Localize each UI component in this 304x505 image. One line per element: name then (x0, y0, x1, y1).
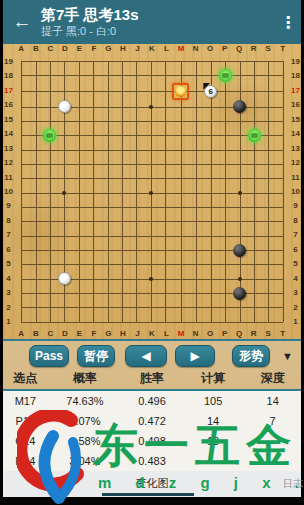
board-point[interactable] (115, 83, 129, 100)
board-point[interactable] (86, 315, 100, 329)
board-point[interactable] (86, 272, 100, 286)
board-point[interactable] (204, 186, 218, 200)
board-point[interactable] (86, 200, 100, 214)
board-point[interactable] (86, 68, 100, 82)
board-point[interactable] (57, 83, 71, 100)
board-point[interactable] (261, 114, 275, 128)
board-point[interactable] (261, 214, 275, 228)
board-point[interactable] (247, 186, 261, 200)
board-point[interactable] (86, 54, 100, 68)
board-point[interactable] (129, 114, 143, 128)
board-point[interactable] (28, 243, 42, 257)
overflow-menu-icon[interactable]: ⋮ (275, 13, 301, 32)
board-point[interactable] (86, 157, 100, 171)
board-point[interactable] (189, 214, 203, 228)
board-point[interactable] (144, 100, 158, 114)
board-point[interactable] (72, 157, 86, 171)
board-point[interactable] (57, 300, 71, 314)
board-point[interactable] (86, 243, 100, 257)
board-point[interactable] (115, 286, 129, 300)
board-point[interactable] (144, 257, 158, 271)
board-point[interactable] (129, 68, 143, 82)
board-point[interactable] (247, 100, 261, 114)
board-point[interactable] (189, 157, 203, 171)
board-point[interactable] (57, 200, 71, 214)
board-point[interactable] (100, 54, 114, 68)
board-point[interactable] (204, 243, 218, 257)
board-point[interactable] (57, 143, 71, 157)
board-point[interactable] (189, 54, 203, 68)
board-point[interactable] (232, 229, 246, 243)
board-point[interactable] (218, 300, 232, 314)
board-point[interactable] (28, 300, 42, 314)
board-point[interactable] (72, 229, 86, 243)
board-point[interactable] (276, 157, 290, 171)
board-point[interactable] (144, 186, 158, 200)
board-point[interactable] (115, 243, 129, 257)
board-point[interactable] (14, 68, 28, 82)
board-point[interactable] (100, 100, 114, 114)
board-point[interactable] (115, 186, 129, 200)
board-point[interactable] (115, 300, 129, 314)
board-point[interactable] (100, 143, 114, 157)
board-point[interactable] (189, 186, 203, 200)
board-point[interactable] (72, 243, 86, 257)
board-point[interactable] (172, 157, 189, 171)
board-point[interactable] (100, 128, 114, 142)
board-point[interactable] (100, 257, 114, 271)
board-point[interactable] (218, 54, 232, 68)
board-point[interactable]: 6 (204, 83, 218, 100)
board-point[interactable] (247, 83, 261, 100)
board-point[interactable] (172, 171, 189, 185)
board-point[interactable] (276, 272, 290, 286)
board-point[interactable] (261, 300, 275, 314)
board-point[interactable] (276, 83, 290, 100)
board-point[interactable] (172, 128, 189, 142)
board-point[interactable] (115, 214, 129, 228)
board-point[interactable] (204, 171, 218, 185)
board-point[interactable] (204, 257, 218, 271)
board-point[interactable] (129, 315, 143, 329)
board-point[interactable] (172, 200, 189, 214)
board-point[interactable] (204, 200, 218, 214)
board-point[interactable] (100, 272, 114, 286)
board-point[interactable] (100, 286, 114, 300)
board-point[interactable] (144, 272, 158, 286)
board-point[interactable] (158, 243, 172, 257)
board-point[interactable] (72, 100, 86, 114)
board-point[interactable] (204, 286, 218, 300)
board-point[interactable] (72, 315, 86, 329)
board-point[interactable] (247, 114, 261, 128)
board-point[interactable] (172, 243, 189, 257)
board-point[interactable] (247, 243, 261, 257)
board-point[interactable] (189, 200, 203, 214)
board-point[interactable] (189, 272, 203, 286)
board-point[interactable] (247, 68, 261, 82)
board-point[interactable] (43, 143, 57, 157)
board-point[interactable] (172, 54, 189, 68)
board-point[interactable] (100, 171, 114, 185)
board-point[interactable] (204, 214, 218, 228)
board-point[interactable] (28, 272, 42, 286)
board-point[interactable] (57, 229, 71, 243)
board-point[interactable] (276, 114, 290, 128)
board-point[interactable] (43, 300, 57, 314)
board-point[interactable] (189, 229, 203, 243)
board-point[interactable] (276, 128, 290, 142)
board-point[interactable] (189, 114, 203, 128)
board-point[interactable] (144, 143, 158, 157)
board-point[interactable] (86, 257, 100, 271)
board-point[interactable] (232, 157, 246, 171)
board-point[interactable] (129, 143, 143, 157)
board-point[interactable] (204, 315, 218, 329)
board-point[interactable] (189, 286, 203, 300)
board-point[interactable] (261, 157, 275, 171)
board-point[interactable] (86, 83, 100, 100)
board-point[interactable] (43, 171, 57, 185)
board-point[interactable] (129, 83, 143, 100)
board-point[interactable] (14, 272, 28, 286)
board-point[interactable] (158, 300, 172, 314)
board-point[interactable] (218, 214, 232, 228)
board-point[interactable] (28, 83, 42, 100)
board-point[interactable] (158, 128, 172, 142)
board-point[interactable] (261, 257, 275, 271)
board-point[interactable] (247, 257, 261, 271)
board-point[interactable] (232, 68, 246, 82)
board-point[interactable] (100, 243, 114, 257)
board-point[interactable] (144, 114, 158, 128)
board-point[interactable] (276, 300, 290, 314)
board-point[interactable] (28, 186, 42, 200)
board-point[interactable] (232, 300, 246, 314)
board-point[interactable] (43, 229, 57, 243)
board-point[interactable] (86, 143, 100, 157)
board-point[interactable] (129, 171, 143, 185)
board-point[interactable] (232, 272, 246, 286)
board-point[interactable] (189, 68, 203, 82)
board-point[interactable] (72, 272, 86, 286)
board-point[interactable] (204, 300, 218, 314)
board-point[interactable] (261, 272, 275, 286)
board-point[interactable] (189, 83, 203, 100)
board-point[interactable] (218, 143, 232, 157)
board-point[interactable] (129, 100, 143, 114)
board-point[interactable] (158, 229, 172, 243)
board-point[interactable] (232, 128, 246, 142)
board-point[interactable] (28, 100, 42, 114)
board-point[interactable] (232, 143, 246, 157)
board-point[interactable] (28, 200, 42, 214)
board-point[interactable] (43, 128, 57, 142)
board-point[interactable] (100, 315, 114, 329)
board-point[interactable] (57, 114, 71, 128)
board-point[interactable] (172, 186, 189, 200)
board-point[interactable] (276, 257, 290, 271)
board-point[interactable] (129, 229, 143, 243)
board-point[interactable] (100, 114, 114, 128)
board-point[interactable] (28, 114, 42, 128)
board-point[interactable] (57, 100, 71, 114)
board-point[interactable] (115, 272, 129, 286)
board-point[interactable] (204, 128, 218, 142)
board-point[interactable] (218, 243, 232, 257)
board-point[interactable] (86, 286, 100, 300)
board-point[interactable] (129, 186, 143, 200)
board-point[interactable] (43, 200, 57, 214)
board-point[interactable] (218, 100, 232, 114)
back-icon[interactable]: ← (3, 0, 41, 44)
board-point[interactable] (43, 186, 57, 200)
board-point[interactable] (57, 315, 71, 329)
board-point[interactable] (57, 171, 71, 185)
board-point[interactable] (72, 171, 86, 185)
board-point[interactable] (43, 286, 57, 300)
board-point[interactable] (115, 114, 129, 128)
board-point[interactable] (72, 257, 86, 271)
table-row[interactable]: R143.04%0.483 (3, 451, 301, 471)
board-point[interactable] (14, 200, 28, 214)
board-point[interactable] (14, 143, 28, 157)
board-point[interactable] (261, 128, 275, 142)
board-point[interactable] (28, 257, 42, 271)
board-point[interactable] (72, 83, 86, 100)
board-point[interactable] (204, 143, 218, 157)
board-point[interactable] (247, 214, 261, 228)
board-point[interactable] (189, 143, 203, 157)
board-point[interactable] (172, 300, 189, 314)
pause-button[interactable]: 暂停 (77, 345, 115, 367)
board-point[interactable] (261, 171, 275, 185)
board-point[interactable] (158, 83, 172, 100)
board-point[interactable] (100, 68, 114, 82)
board-point[interactable] (218, 157, 232, 171)
board-point[interactable] (247, 300, 261, 314)
board-point[interactable] (115, 128, 129, 142)
board-point[interactable] (276, 229, 290, 243)
board-point[interactable] (72, 286, 86, 300)
board-point[interactable] (276, 54, 290, 68)
board-point[interactable] (189, 300, 203, 314)
board-point[interactable] (158, 286, 172, 300)
board-point[interactable] (158, 100, 172, 114)
board-point[interactable] (129, 200, 143, 214)
board-point[interactable] (144, 315, 158, 329)
board-point[interactable] (115, 143, 129, 157)
board-point[interactable] (144, 243, 158, 257)
board-point[interactable] (28, 214, 42, 228)
board-point[interactable] (218, 200, 232, 214)
prev-move-button[interactable]: ◀ (125, 345, 167, 367)
board-point[interactable] (189, 315, 203, 329)
board-point[interactable] (261, 68, 275, 82)
board-point[interactable] (144, 157, 158, 171)
board-point[interactable] (115, 68, 129, 82)
board-point[interactable] (158, 272, 172, 286)
board-point[interactable] (247, 143, 261, 157)
board-point[interactable] (158, 171, 172, 185)
board-point[interactable] (276, 68, 290, 82)
board-point[interactable] (144, 68, 158, 82)
board-point[interactable] (276, 171, 290, 185)
board-point[interactable] (28, 286, 42, 300)
board-point[interactable] (247, 272, 261, 286)
board-point[interactable] (28, 143, 42, 157)
board-point[interactable] (72, 186, 86, 200)
board-point[interactable] (144, 128, 158, 142)
board-point[interactable] (144, 171, 158, 185)
board-point[interactable] (158, 114, 172, 128)
board-point[interactable] (261, 54, 275, 68)
board-point[interactable] (261, 229, 275, 243)
board-point[interactable] (247, 54, 261, 68)
board-point[interactable] (172, 100, 189, 114)
board-point[interactable] (86, 229, 100, 243)
board-point[interactable] (72, 128, 86, 142)
board-point[interactable] (158, 214, 172, 228)
board-point[interactable] (43, 243, 57, 257)
board-point[interactable] (72, 114, 86, 128)
board-point[interactable] (100, 214, 114, 228)
board-point[interactable] (86, 128, 100, 142)
territory-button[interactable]: 形势 (232, 345, 270, 367)
board-point[interactable] (129, 157, 143, 171)
board-point[interactable] (14, 54, 28, 68)
board-point[interactable] (204, 272, 218, 286)
board-point[interactable] (115, 171, 129, 185)
board-point[interactable] (276, 214, 290, 228)
board-point[interactable] (204, 54, 218, 68)
board-point[interactable] (43, 214, 57, 228)
go-board[interactable]: ABCDEFGHJKLMNOPQRST ABCDEFGHJKLMNOPQRST … (3, 44, 301, 339)
board-point[interactable] (14, 114, 28, 128)
board-point[interactable] (100, 300, 114, 314)
board-point[interactable] (14, 100, 28, 114)
board-point[interactable] (86, 300, 100, 314)
board-point[interactable] (57, 68, 71, 82)
board-point[interactable] (115, 257, 129, 271)
board-point[interactable] (218, 186, 232, 200)
board-point[interactable] (204, 68, 218, 82)
board-point[interactable] (247, 315, 261, 329)
board-point[interactable] (57, 186, 71, 200)
board-point[interactable] (129, 128, 143, 142)
tab-log[interactable]: 日志 (283, 477, 303, 491)
board-point[interactable] (14, 186, 28, 200)
board-point[interactable] (158, 54, 172, 68)
board-point[interactable] (129, 214, 143, 228)
board-point[interactable] (261, 186, 275, 200)
board-point[interactable] (144, 300, 158, 314)
board-point[interactable] (57, 54, 71, 68)
board-point[interactable] (247, 286, 261, 300)
board-point[interactable] (218, 83, 232, 100)
board-point[interactable] (14, 315, 28, 329)
board-point[interactable] (43, 114, 57, 128)
board-point[interactable] (28, 68, 42, 82)
board-point[interactable] (43, 257, 57, 271)
table-row[interactable]: M1774.63%0.49610514 (3, 391, 301, 411)
board-point[interactable] (129, 272, 143, 286)
board-point[interactable] (204, 114, 218, 128)
board-point[interactable] (57, 272, 71, 286)
board-point[interactable] (129, 54, 143, 68)
board-point[interactable] (247, 128, 261, 142)
board-point[interactable] (72, 300, 86, 314)
board-point[interactable] (261, 315, 275, 329)
board-point[interactable] (72, 214, 86, 228)
board-point[interactable] (204, 229, 218, 243)
board-point[interactable] (247, 200, 261, 214)
board-point[interactable] (218, 68, 232, 82)
board-point[interactable] (144, 286, 158, 300)
board-point[interactable] (57, 243, 71, 257)
board-point[interactable] (232, 54, 246, 68)
board-point[interactable] (218, 272, 232, 286)
board-point[interactable] (218, 257, 232, 271)
board-point[interactable] (115, 229, 129, 243)
board-point[interactable] (204, 100, 218, 114)
board-point[interactable] (72, 200, 86, 214)
board-point[interactable] (204, 157, 218, 171)
board-point[interactable] (28, 54, 42, 68)
board-point[interactable] (14, 286, 28, 300)
board-point[interactable] (43, 272, 57, 286)
board-point[interactable] (232, 171, 246, 185)
board-point[interactable] (28, 171, 42, 185)
board-point[interactable] (144, 214, 158, 228)
board-point[interactable] (14, 171, 28, 185)
board-point[interactable] (144, 229, 158, 243)
board-point[interactable] (14, 214, 28, 228)
board-point[interactable] (172, 68, 189, 82)
board-point[interactable] (232, 200, 246, 214)
board-point[interactable] (43, 54, 57, 68)
board-point[interactable] (57, 128, 71, 142)
board-point[interactable] (232, 243, 246, 257)
board-point[interactable] (14, 300, 28, 314)
board-point[interactable] (144, 54, 158, 68)
board-point[interactable] (172, 83, 189, 100)
table-row[interactable]: C144.58%0.49813 (3, 431, 301, 451)
board-point[interactable] (232, 214, 246, 228)
pass-button[interactable]: Pass (29, 345, 69, 367)
board-point[interactable] (14, 257, 28, 271)
board-point[interactable] (57, 286, 71, 300)
board-point[interactable] (57, 257, 71, 271)
board-point[interactable] (189, 100, 203, 114)
board-point[interactable] (144, 83, 158, 100)
board-point[interactable] (276, 243, 290, 257)
board-point[interactable] (172, 272, 189, 286)
board-point[interactable] (232, 186, 246, 200)
board-point[interactable] (189, 257, 203, 271)
board-point[interactable] (158, 315, 172, 329)
board-point[interactable] (261, 143, 275, 157)
board-point[interactable] (232, 114, 246, 128)
board-point[interactable] (232, 257, 246, 271)
board-point[interactable] (172, 114, 189, 128)
board-point[interactable] (218, 315, 232, 329)
board-point[interactable] (158, 257, 172, 271)
board-point[interactable] (86, 214, 100, 228)
board-point[interactable] (247, 171, 261, 185)
board-point[interactable] (100, 229, 114, 243)
board-point[interactable] (172, 286, 189, 300)
